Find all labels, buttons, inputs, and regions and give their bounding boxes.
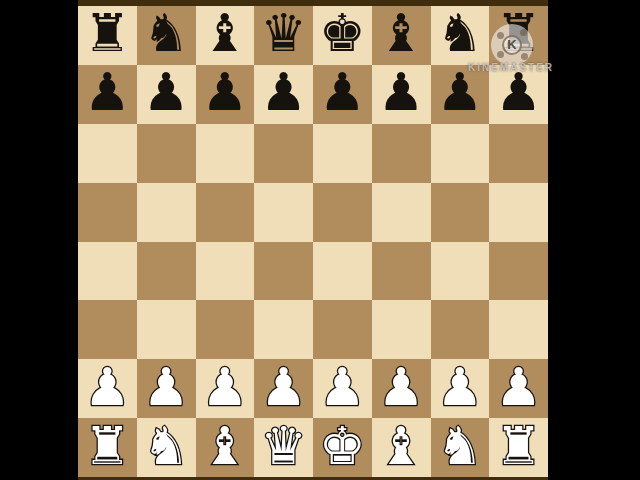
square-a3[interactable] — [78, 300, 137, 359]
square-g6[interactable] — [431, 124, 490, 183]
square-h8[interactable]: ♜ — [489, 6, 548, 65]
square-f4[interactable] — [372, 242, 431, 301]
square-a8[interactable]: ♜ — [78, 6, 137, 65]
square-c2[interactable]: ♟ — [196, 359, 255, 418]
square-d2[interactable]: ♟ — [254, 359, 313, 418]
piece-white-bishop[interactable]: ♝ — [378, 418, 425, 474]
piece-black-pawn[interactable]: ♟ — [378, 65, 425, 121]
square-c3[interactable] — [196, 300, 255, 359]
square-b7[interactable]: ♟ — [137, 65, 196, 124]
square-a2[interactable]: ♟ — [78, 359, 137, 418]
piece-black-pawn[interactable]: ♟ — [260, 65, 307, 121]
square-h5[interactable] — [489, 183, 548, 242]
square-c7[interactable]: ♟ — [196, 65, 255, 124]
square-h4[interactable] — [489, 242, 548, 301]
square-e7[interactable]: ♟ — [313, 65, 372, 124]
square-e6[interactable] — [313, 124, 372, 183]
piece-white-pawn[interactable]: ♟ — [143, 359, 190, 415]
piece-white-pawn[interactable]: ♟ — [437, 359, 484, 415]
square-f7[interactable]: ♟ — [372, 65, 431, 124]
square-e4[interactable] — [313, 242, 372, 301]
square-a7[interactable]: ♟ — [78, 65, 137, 124]
piece-black-bishop[interactable]: ♝ — [378, 6, 425, 62]
square-b6[interactable] — [137, 124, 196, 183]
piece-white-rook[interactable]: ♜ — [495, 418, 542, 474]
square-f2[interactable]: ♟ — [372, 359, 431, 418]
piece-white-pawn[interactable]: ♟ — [202, 359, 249, 415]
square-g5[interactable] — [431, 183, 490, 242]
square-e2[interactable]: ♟ — [313, 359, 372, 418]
square-a5[interactable] — [78, 183, 137, 242]
piece-white-bishop[interactable]: ♝ — [202, 418, 249, 474]
square-g8[interactable]: ♞ — [431, 6, 490, 65]
piece-white-king[interactable]: ♚ — [319, 418, 366, 474]
square-e1[interactable]: ♚ — [313, 418, 372, 477]
piece-white-knight[interactable]: ♞ — [437, 418, 484, 474]
chess-board[interactable]: ♜♞♝♛♚♝♞♜♟♟♟♟♟♟♟♟♟♟♟♟♟♟♟♟♜♞♝♛♚♝♞♜ — [78, 6, 548, 477]
square-e3[interactable] — [313, 300, 372, 359]
square-c8[interactable]: ♝ — [196, 6, 255, 65]
square-g2[interactable]: ♟ — [431, 359, 490, 418]
square-f3[interactable] — [372, 300, 431, 359]
square-b2[interactable]: ♟ — [137, 359, 196, 418]
square-b4[interactable] — [137, 242, 196, 301]
piece-black-pawn[interactable]: ♟ — [495, 65, 542, 121]
piece-white-pawn[interactable]: ♟ — [495, 359, 542, 415]
square-h7[interactable]: ♟ — [489, 65, 548, 124]
square-g7[interactable]: ♟ — [431, 65, 490, 124]
square-f5[interactable] — [372, 183, 431, 242]
square-d7[interactable]: ♟ — [254, 65, 313, 124]
piece-black-pawn[interactable]: ♟ — [202, 65, 249, 121]
square-c5[interactable] — [196, 183, 255, 242]
square-e5[interactable] — [313, 183, 372, 242]
square-c1[interactable]: ♝ — [196, 418, 255, 477]
square-e8[interactable]: ♚ — [313, 6, 372, 65]
piece-white-knight[interactable]: ♞ — [143, 418, 190, 474]
piece-white-pawn[interactable]: ♟ — [260, 359, 307, 415]
square-h1[interactable]: ♜ — [489, 418, 548, 477]
piece-white-pawn[interactable]: ♟ — [319, 359, 366, 415]
piece-black-rook[interactable]: ♜ — [84, 6, 131, 62]
square-h6[interactable] — [489, 124, 548, 183]
piece-white-pawn[interactable]: ♟ — [84, 359, 131, 415]
square-d4[interactable] — [254, 242, 313, 301]
piece-black-pawn[interactable]: ♟ — [143, 65, 190, 121]
square-a1[interactable]: ♜ — [78, 418, 137, 477]
square-f6[interactable] — [372, 124, 431, 183]
video-frame: ♜♞♝♛♚♝♞♜♟♟♟♟♟♟♟♟♟♟♟♟♟♟♟♟♜♞♝♛♚♝♞♜ K KINEM… — [0, 0, 640, 480]
square-a6[interactable] — [78, 124, 137, 183]
square-b3[interactable] — [137, 300, 196, 359]
square-b1[interactable]: ♞ — [137, 418, 196, 477]
piece-black-queen[interactable]: ♛ — [260, 6, 307, 62]
piece-black-rook[interactable]: ♜ — [495, 6, 542, 62]
square-h3[interactable] — [489, 300, 548, 359]
square-h2[interactable]: ♟ — [489, 359, 548, 418]
piece-black-knight[interactable]: ♞ — [437, 6, 484, 62]
piece-black-bishop[interactable]: ♝ — [202, 6, 249, 62]
square-f1[interactable]: ♝ — [372, 418, 431, 477]
square-d3[interactable] — [254, 300, 313, 359]
square-b5[interactable] — [137, 183, 196, 242]
square-f8[interactable]: ♝ — [372, 6, 431, 65]
square-c6[interactable] — [196, 124, 255, 183]
piece-black-pawn[interactable]: ♟ — [84, 65, 131, 121]
chess-board-frame: ♜♞♝♛♚♝♞♜♟♟♟♟♟♟♟♟♟♟♟♟♟♟♟♟♜♞♝♛♚♝♞♜ — [78, 0, 548, 480]
square-d6[interactable] — [254, 124, 313, 183]
square-g3[interactable] — [431, 300, 490, 359]
square-c4[interactable] — [196, 242, 255, 301]
square-b8[interactable]: ♞ — [137, 6, 196, 65]
square-d8[interactable]: ♛ — [254, 6, 313, 65]
square-d5[interactable] — [254, 183, 313, 242]
piece-black-king[interactable]: ♚ — [319, 6, 366, 62]
piece-white-pawn[interactable]: ♟ — [378, 359, 425, 415]
piece-black-pawn[interactable]: ♟ — [437, 65, 484, 121]
piece-white-queen[interactable]: ♛ — [260, 418, 307, 474]
piece-black-pawn[interactable]: ♟ — [319, 65, 366, 121]
square-g1[interactable]: ♞ — [431, 418, 490, 477]
piece-black-knight[interactable]: ♞ — [143, 6, 190, 62]
piece-white-rook[interactable]: ♜ — [84, 418, 131, 474]
square-a4[interactable] — [78, 242, 137, 301]
square-d1[interactable]: ♛ — [254, 418, 313, 477]
square-g4[interactable] — [431, 242, 490, 301]
